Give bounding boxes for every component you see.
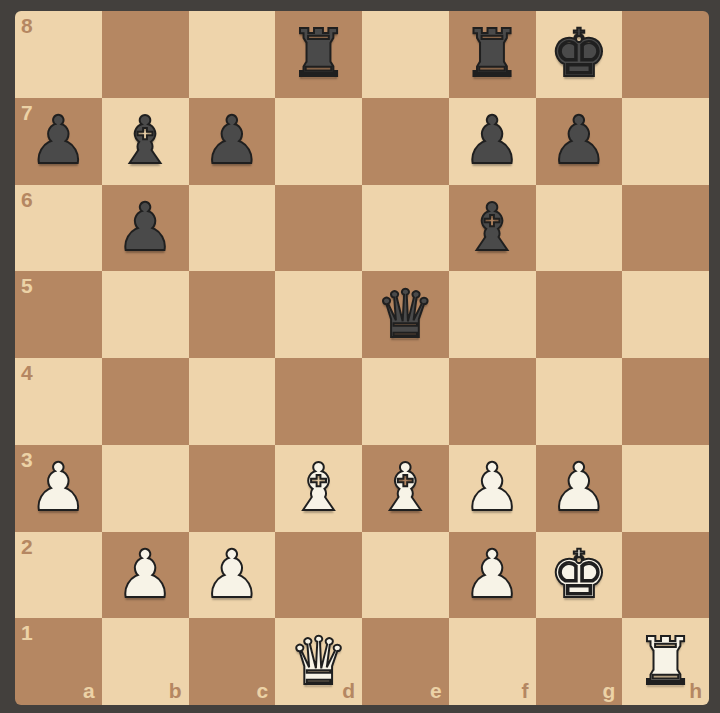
square-a3[interactable]: 3♟: [15, 445, 102, 532]
square-b8[interactable]: [102, 11, 189, 98]
file-label-g: g: [602, 680, 615, 701]
square-b6[interactable]: ♟: [102, 185, 189, 272]
file-label-e: e: [430, 680, 442, 701]
square-a2[interactable]: 2: [15, 532, 102, 619]
square-c3[interactable]: [189, 445, 276, 532]
square-g8[interactable]: ♚: [536, 11, 623, 98]
square-h4[interactable]: [622, 358, 709, 445]
square-a1[interactable]: 1a: [15, 618, 102, 705]
square-c6[interactable]: [189, 185, 276, 272]
file-label-c: c: [257, 680, 269, 701]
piece-black-king-g8[interactable]: ♚: [536, 11, 623, 98]
piece-white-pawn-f3[interactable]: ♟: [449, 445, 536, 532]
square-a6[interactable]: 6: [15, 185, 102, 272]
square-h5[interactable]: [622, 271, 709, 358]
square-g2[interactable]: ♚: [536, 532, 623, 619]
square-e2[interactable]: [362, 532, 449, 619]
piece-black-rook-d8[interactable]: ♜: [275, 11, 362, 98]
piece-white-pawn-f2[interactable]: ♟: [449, 532, 536, 619]
file-label-a: a: [83, 680, 95, 701]
square-d6[interactable]: [275, 185, 362, 272]
square-e6[interactable]: [362, 185, 449, 272]
piece-black-pawn-f7[interactable]: ♟: [449, 98, 536, 185]
square-b5[interactable]: [102, 271, 189, 358]
square-a7[interactable]: 7♟: [15, 98, 102, 185]
square-h6[interactable]: [622, 185, 709, 272]
square-a8[interactable]: 8: [15, 11, 102, 98]
square-c1[interactable]: c: [189, 618, 276, 705]
square-b2[interactable]: ♟: [102, 532, 189, 619]
chess-board: 8♜♜♚7♟♝♟♟♟6♟♝5♛43♟♝♝♟♟2♟♟♟♚1abcd♛efgh♜: [15, 11, 709, 705]
square-c4[interactable]: [189, 358, 276, 445]
file-label-b: b: [169, 680, 182, 701]
square-c5[interactable]: [189, 271, 276, 358]
rank-label-4: 4: [21, 362, 33, 383]
piece-white-pawn-c2[interactable]: ♟: [189, 532, 276, 619]
square-g3[interactable]: ♟: [536, 445, 623, 532]
rank-label-8: 8: [21, 15, 33, 36]
square-c2[interactable]: ♟: [189, 532, 276, 619]
square-g1[interactable]: g: [536, 618, 623, 705]
square-e7[interactable]: [362, 98, 449, 185]
piece-black-pawn-b6[interactable]: ♟: [102, 185, 189, 272]
rank-label-5: 5: [21, 275, 33, 296]
piece-white-queen-d1[interactable]: ♛: [275, 618, 362, 705]
piece-black-pawn-a7[interactable]: ♟: [15, 98, 102, 185]
square-h8[interactable]: [622, 11, 709, 98]
piece-black-bishop-b7[interactable]: ♝: [102, 98, 189, 185]
square-d3[interactable]: ♝: [275, 445, 362, 532]
square-b7[interactable]: ♝: [102, 98, 189, 185]
square-a4[interactable]: 4: [15, 358, 102, 445]
square-g5[interactable]: [536, 271, 623, 358]
square-e4[interactable]: [362, 358, 449, 445]
square-d2[interactable]: [275, 532, 362, 619]
square-g4[interactable]: [536, 358, 623, 445]
square-f2[interactable]: ♟: [449, 532, 536, 619]
rank-label-1: 1: [21, 622, 33, 643]
square-g6[interactable]: [536, 185, 623, 272]
square-f3[interactable]: ♟: [449, 445, 536, 532]
square-f7[interactable]: ♟: [449, 98, 536, 185]
square-f6[interactable]: ♝: [449, 185, 536, 272]
piece-white-bishop-e3[interactable]: ♝: [362, 445, 449, 532]
square-d4[interactable]: [275, 358, 362, 445]
square-c7[interactable]: ♟: [189, 98, 276, 185]
square-c8[interactable]: [189, 11, 276, 98]
square-d7[interactable]: [275, 98, 362, 185]
square-h2[interactable]: [622, 532, 709, 619]
square-f1[interactable]: f: [449, 618, 536, 705]
piece-white-pawn-a3[interactable]: ♟: [15, 445, 102, 532]
square-h3[interactable]: [622, 445, 709, 532]
square-a5[interactable]: 5: [15, 271, 102, 358]
rank-label-2: 2: [21, 536, 33, 557]
piece-black-pawn-g7[interactable]: ♟: [536, 98, 623, 185]
piece-white-king-g2[interactable]: ♚: [536, 532, 623, 619]
square-h7[interactable]: [622, 98, 709, 185]
piece-black-bishop-f6[interactable]: ♝: [449, 185, 536, 272]
square-f4[interactable]: [449, 358, 536, 445]
square-b3[interactable]: [102, 445, 189, 532]
square-g7[interactable]: ♟: [536, 98, 623, 185]
piece-black-queen-e5[interactable]: ♛: [362, 271, 449, 358]
piece-white-pawn-g3[interactable]: ♟: [536, 445, 623, 532]
square-d8[interactable]: ♜: [275, 11, 362, 98]
board-frame: 8♜♜♚7♟♝♟♟♟6♟♝5♛43♟♝♝♟♟2♟♟♟♚1abcd♛efgh♜: [0, 0, 720, 713]
square-b4[interactable]: [102, 358, 189, 445]
square-f8[interactable]: ♜: [449, 11, 536, 98]
piece-white-rook-h1[interactable]: ♜: [622, 618, 709, 705]
square-b1[interactable]: b: [102, 618, 189, 705]
square-d5[interactable]: [275, 271, 362, 358]
piece-black-pawn-c7[interactable]: ♟: [189, 98, 276, 185]
rank-label-6: 6: [21, 189, 33, 210]
square-d1[interactable]: d♛: [275, 618, 362, 705]
square-h1[interactable]: h♜: [622, 618, 709, 705]
piece-white-bishop-d3[interactable]: ♝: [275, 445, 362, 532]
square-e1[interactable]: e: [362, 618, 449, 705]
piece-white-pawn-b2[interactable]: ♟: [102, 532, 189, 619]
square-f5[interactable]: [449, 271, 536, 358]
square-e3[interactable]: ♝: [362, 445, 449, 532]
square-e8[interactable]: [362, 11, 449, 98]
square-e5[interactable]: ♛: [362, 271, 449, 358]
file-label-f: f: [522, 680, 529, 701]
piece-black-rook-f8[interactable]: ♜: [449, 11, 536, 98]
